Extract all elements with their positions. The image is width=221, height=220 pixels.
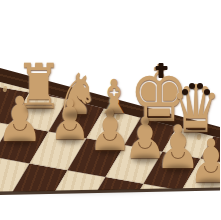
piece-shadow <box>104 109 125 117</box>
piece-shadow <box>132 155 158 163</box>
crown-bead <box>189 83 195 89</box>
crown-bead <box>204 89 210 95</box>
piece-shadow <box>64 111 90 119</box>
piece-shadow <box>6 138 34 146</box>
king-cross-finial <box>159 63 164 78</box>
pawn-glyph: ♟ <box>0 97 44 144</box>
piece-shadow <box>198 179 221 187</box>
crown-bead <box>197 83 203 89</box>
piece-shadow <box>97 147 123 155</box>
piece-shadow <box>25 105 53 113</box>
piece-white-pawn-h2: ♟ <box>0 97 44 144</box>
pawn-glyph: ♟ <box>49 100 91 141</box>
pawn-glyph: ♟ <box>188 139 220 184</box>
piece-white-pawn-c2: ♟ <box>188 139 220 184</box>
piece-shadow <box>142 118 177 126</box>
piece-shadow <box>165 165 192 173</box>
piece-shadow <box>58 136 82 144</box>
piece-white-pawn-g2: ♟ <box>49 100 91 141</box>
pieces-layer: ♜♞♝♚♛♟♟♟♟♟♟ <box>0 0 220 220</box>
chess-set-photo: ♜♞♝♚♛♟♟♟♟♟♟ <box>0 0 220 220</box>
crown-bead <box>182 89 188 95</box>
piece-shadow <box>181 129 211 137</box>
